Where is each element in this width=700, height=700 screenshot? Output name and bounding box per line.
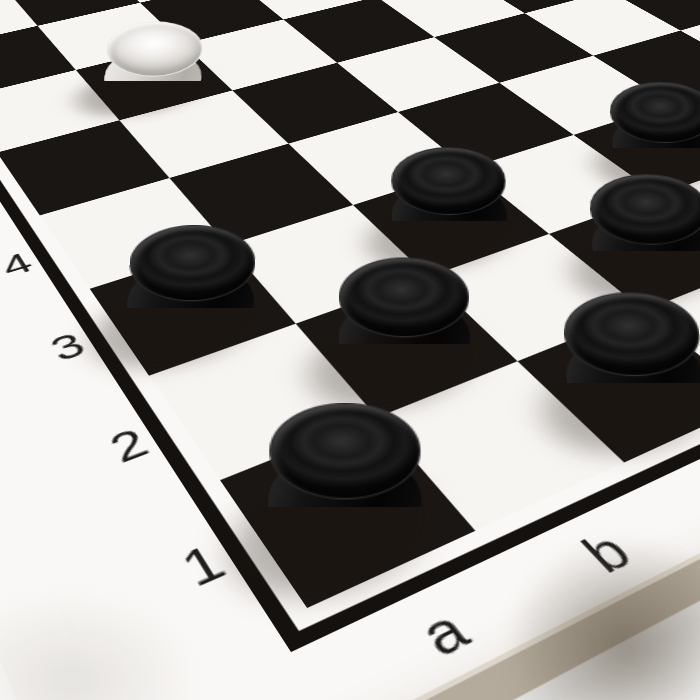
photo-frame: 87654321 abcdefgh [0,0,700,700]
piece-top-face [391,147,507,215]
piece-black-c1[interactable] [562,292,700,423]
piece-top-face [339,257,471,337]
soft-shadow-left [0,590,200,700]
piece-black-c3[interactable] [391,147,509,253]
piece-white-b6[interactable] [102,21,204,107]
piece-top-face [268,403,421,499]
piece-black-d2[interactable] [588,174,700,284]
piece-black-a3[interactable] [125,225,257,344]
piece-black-e3[interactable] [608,82,700,177]
corner-shadow [505,535,700,700]
piece-black-b2[interactable] [338,257,471,382]
